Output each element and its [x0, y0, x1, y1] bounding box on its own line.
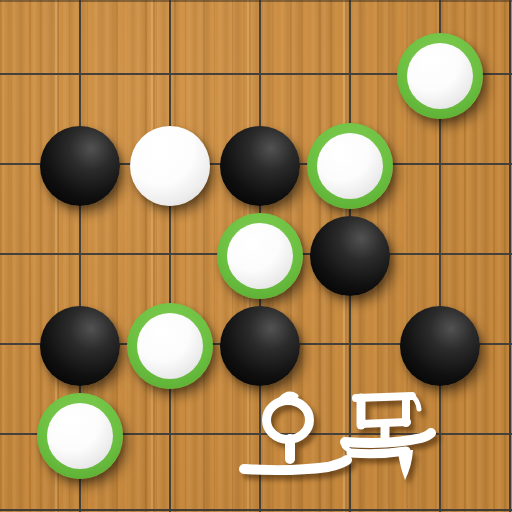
- stone-black: [310, 216, 390, 296]
- stone-white-winner-ring: [127, 303, 213, 389]
- stone-white-core: [47, 403, 113, 469]
- stone-white-core: [227, 223, 293, 289]
- omok-board[interactable]: 오목: [0, 0, 512, 512]
- title-mok-box-top: [356, 396, 412, 398]
- stone-white-winner-ring: [37, 393, 123, 479]
- stone-white-winner-ring: [397, 33, 483, 119]
- stone-black: [220, 306, 300, 386]
- title-mok-box-bottom: [361, 422, 407, 424]
- stone-white-core: [137, 313, 203, 379]
- title-o-flick: [281, 394, 296, 399]
- stone-white-winner-ring: [307, 123, 393, 209]
- stone-white-core: [317, 133, 383, 199]
- title-mok-g-descender: [398, 450, 413, 480]
- stone-black: [40, 126, 120, 206]
- title-mok-box-flick: [412, 396, 419, 409]
- board-edge-right-line: [509, 0, 512, 512]
- stone-black: [400, 306, 480, 386]
- stone-black: [220, 126, 300, 206]
- stone-black: [40, 306, 120, 386]
- stone-white-core: [407, 43, 473, 109]
- stone-white-winner-ring: [217, 213, 303, 299]
- title-mok-g-horizontal: [351, 451, 406, 454]
- board-edge-bottom-line: [0, 509, 512, 512]
- board-edge-top-line: [0, 0, 512, 2]
- grid-line-vertical-1: [169, 0, 171, 512]
- stone-white: [130, 126, 210, 206]
